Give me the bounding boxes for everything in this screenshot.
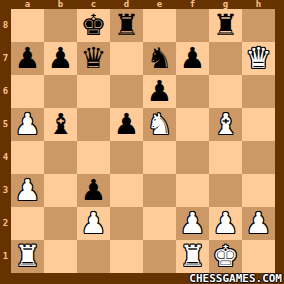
piece-black-pawn: ♟ xyxy=(81,176,107,205)
square-f6[interactable] xyxy=(176,75,209,108)
piece-black-knight: ♞ xyxy=(147,44,173,73)
piece-black-queen: ♛ xyxy=(81,44,107,73)
piece-black-pawn: ♟ xyxy=(180,44,206,73)
square-a7[interactable]: ♟ xyxy=(11,42,44,75)
piece-black-bishop: ♝ xyxy=(48,110,74,139)
file-label-f: f xyxy=(176,0,209,9)
square-d7[interactable] xyxy=(110,42,143,75)
square-g4[interactable] xyxy=(209,141,242,174)
square-d2[interactable] xyxy=(110,207,143,240)
rank-label-5: 5 xyxy=(0,108,11,141)
square-f1[interactable]: ♜ xyxy=(176,240,209,273)
square-h4[interactable] xyxy=(242,141,275,174)
site-watermark: CHESSGAMES.COM xyxy=(189,273,282,284)
square-f5[interactable] xyxy=(176,108,209,141)
piece-black-pawn: ♟ xyxy=(147,77,173,106)
square-a1[interactable]: ♜ xyxy=(11,240,44,273)
piece-white-king: ♚ xyxy=(213,242,239,271)
square-h1[interactable] xyxy=(242,240,275,273)
rank-label-2: 2 xyxy=(0,207,11,240)
square-e4[interactable] xyxy=(143,141,176,174)
piece-black-rook: ♜ xyxy=(114,11,140,40)
square-b8[interactable] xyxy=(44,9,77,42)
square-b7[interactable]: ♟ xyxy=(44,42,77,75)
square-h5[interactable] xyxy=(242,108,275,141)
chess-board: ♚♜♜♟♟♛♞♟♛♟♟♝♟♞♝♟♟♟♟♟♟♜♜♚ xyxy=(11,9,275,273)
square-d6[interactable] xyxy=(110,75,143,108)
piece-white-pawn: ♟ xyxy=(180,209,206,238)
file-label-a: a xyxy=(11,0,44,9)
square-d1[interactable] xyxy=(110,240,143,273)
rank-label-7: 7 xyxy=(0,42,11,75)
square-a8[interactable] xyxy=(11,9,44,42)
square-e1[interactable] xyxy=(143,240,176,273)
piece-white-pawn: ♟ xyxy=(15,110,41,139)
square-h6[interactable] xyxy=(242,75,275,108)
square-g3[interactable] xyxy=(209,174,242,207)
square-g7[interactable] xyxy=(209,42,242,75)
square-e7[interactable]: ♞ xyxy=(143,42,176,75)
file-label-e: e xyxy=(143,0,176,9)
square-b1[interactable] xyxy=(44,240,77,273)
square-f3[interactable] xyxy=(176,174,209,207)
rank-labels: 87654321 xyxy=(0,9,11,273)
square-c5[interactable] xyxy=(77,108,110,141)
square-g1[interactable]: ♚ xyxy=(209,240,242,273)
square-b4[interactable] xyxy=(44,141,77,174)
square-a3[interactable]: ♟ xyxy=(11,174,44,207)
piece-white-pawn: ♟ xyxy=(81,209,107,238)
square-d5[interactable]: ♟ xyxy=(110,108,143,141)
file-label-b: b xyxy=(44,0,77,9)
square-h3[interactable] xyxy=(242,174,275,207)
square-e3[interactable] xyxy=(143,174,176,207)
square-b3[interactable] xyxy=(44,174,77,207)
square-c3[interactable]: ♟ xyxy=(77,174,110,207)
square-a6[interactable] xyxy=(11,75,44,108)
piece-black-rook: ♜ xyxy=(213,11,239,40)
piece-white-bishop: ♝ xyxy=(213,110,239,139)
rank-label-1: 1 xyxy=(0,240,11,273)
piece-white-rook: ♜ xyxy=(15,242,41,271)
board-frame: abcdefgh 87654321 ♚♜♜♟♟♛♞♟♛♟♟♝♟♞♝♟♟♟♟♟♟♜… xyxy=(0,0,284,284)
piece-black-pawn: ♟ xyxy=(48,44,74,73)
square-d3[interactable] xyxy=(110,174,143,207)
rank-label-4: 4 xyxy=(0,141,11,174)
square-c4[interactable] xyxy=(77,141,110,174)
piece-black-pawn: ♟ xyxy=(114,110,140,139)
piece-white-pawn: ♟ xyxy=(213,209,239,238)
piece-white-pawn: ♟ xyxy=(15,176,41,205)
piece-white-pawn: ♟ xyxy=(246,209,272,238)
square-a2[interactable] xyxy=(11,207,44,240)
rank-label-8: 8 xyxy=(0,9,11,42)
square-c6[interactable] xyxy=(77,75,110,108)
square-a5[interactable]: ♟ xyxy=(11,108,44,141)
square-g8[interactable]: ♜ xyxy=(209,9,242,42)
piece-white-knight: ♞ xyxy=(147,110,173,139)
square-c2[interactable]: ♟ xyxy=(77,207,110,240)
rank-label-3: 3 xyxy=(0,174,11,207)
square-h2[interactable]: ♟ xyxy=(242,207,275,240)
square-g6[interactable] xyxy=(209,75,242,108)
square-c1[interactable] xyxy=(77,240,110,273)
square-b5[interactable]: ♝ xyxy=(44,108,77,141)
square-d4[interactable] xyxy=(110,141,143,174)
piece-white-rook: ♜ xyxy=(180,242,206,271)
square-d8[interactable]: ♜ xyxy=(110,9,143,42)
square-a4[interactable] xyxy=(11,141,44,174)
file-label-h: h xyxy=(242,0,275,9)
square-c7[interactable]: ♛ xyxy=(77,42,110,75)
square-e2[interactable] xyxy=(143,207,176,240)
square-f4[interactable] xyxy=(176,141,209,174)
square-e6[interactable]: ♟ xyxy=(143,75,176,108)
square-e5[interactable]: ♞ xyxy=(143,108,176,141)
piece-black-pawn: ♟ xyxy=(15,44,41,73)
square-h8[interactable] xyxy=(242,9,275,42)
square-h7[interactable]: ♛ xyxy=(242,42,275,75)
square-b2[interactable] xyxy=(44,207,77,240)
rank-label-6: 6 xyxy=(0,75,11,108)
square-e8[interactable] xyxy=(143,9,176,42)
piece-white-queen: ♛ xyxy=(246,44,272,73)
piece-black-king: ♚ xyxy=(81,11,107,40)
square-f8[interactable] xyxy=(176,9,209,42)
square-f2[interactable]: ♟ xyxy=(176,207,209,240)
square-b6[interactable] xyxy=(44,75,77,108)
square-f7[interactable]: ♟ xyxy=(176,42,209,75)
square-g2[interactable]: ♟ xyxy=(209,207,242,240)
square-g5[interactable]: ♝ xyxy=(209,108,242,141)
square-c8[interactable]: ♚ xyxy=(77,9,110,42)
